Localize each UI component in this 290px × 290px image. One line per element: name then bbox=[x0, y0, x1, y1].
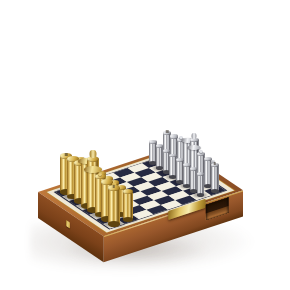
white-pawn-h2[interactable] bbox=[123, 192, 133, 219]
black-rook-h8[interactable] bbox=[211, 165, 219, 191]
black-pawn-h7[interactable] bbox=[197, 174, 205, 196]
white-rook-h1[interactable] bbox=[108, 188, 120, 224]
chess-set-photo bbox=[0, 0, 290, 290]
brass-hinge bbox=[66, 220, 70, 229]
